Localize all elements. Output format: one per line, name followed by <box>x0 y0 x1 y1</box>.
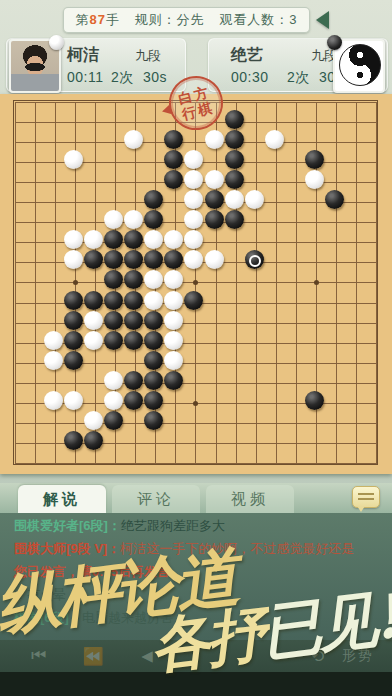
stone-black <box>225 150 244 169</box>
stone-black <box>124 331 143 350</box>
stone-white <box>305 170 324 189</box>
stone-black <box>84 431 103 450</box>
stone-white <box>64 150 83 169</box>
stone-black <box>64 351 83 370</box>
stone-black <box>124 311 143 330</box>
chat-line: 围棋爱好者[6段]：绝艺跟狗差距多大 <box>0 513 392 536</box>
byoyomi-seconds: 30s <box>143 69 167 85</box>
stone-black <box>205 190 224 209</box>
move-info-pill: 第87手 规则：分先 观看人数：3 <box>63 7 311 33</box>
stone-black <box>325 190 344 209</box>
stone-white <box>164 331 183 350</box>
stone-white <box>84 311 103 330</box>
viewers-label: 观看人数：3 <box>219 12 297 27</box>
stone-white <box>225 190 244 209</box>
situation-analysis-button[interactable]: 形势 <box>342 647 374 665</box>
stone-white <box>44 391 63 410</box>
stone-black <box>184 291 203 310</box>
stone-white <box>44 351 63 370</box>
yinyang-icon <box>339 44 381 86</box>
player-clock: 00:11 <box>67 69 104 85</box>
tab-video[interactable]: 视频 <box>206 485 294 513</box>
replay-icon[interactable]: ⟲ <box>302 646 332 667</box>
tab-commentary[interactable]: 解说 <box>18 485 106 513</box>
stone-black-last-move <box>245 250 264 269</box>
stone-white <box>265 130 284 149</box>
fast-rewind-button[interactable]: ⏪ <box>78 646 108 667</box>
stone-black <box>144 391 163 410</box>
stone-black <box>64 431 83 450</box>
stone-white <box>164 291 183 310</box>
player-name: 绝艺 <box>231 45 263 66</box>
stone-white <box>164 351 183 370</box>
white-stone-badge <box>49 35 64 50</box>
stone-white <box>104 391 123 410</box>
stone-black <box>225 130 244 149</box>
stone-black <box>64 291 83 310</box>
stone-white <box>64 391 83 410</box>
step-back-button[interactable]: ◀ <box>132 647 162 665</box>
commentary-panel[interactable]: 围棋爱好者[6段]：绝艺跟狗差距多大 围棋大师[9段 V]：柯洁这一手下的妙啊，… <box>0 513 392 640</box>
stone-black <box>225 110 244 129</box>
player-panel-white-kejie: 柯洁 九段 00:11 2次 30s <box>6 38 186 92</box>
chat-user: 围棋爱好者[6段]： <box>14 518 121 533</box>
stone-black <box>144 331 163 350</box>
go-to-start-button[interactable]: ⏮ <box>24 646 54 666</box>
stone-black <box>305 391 324 410</box>
chat-line: 棋友[6段]：电脑越来越厉害 <box>0 605 392 628</box>
stone-black <box>124 391 143 410</box>
players-bar: 柯洁 九段 00:11 2次 30s 白方 行棋 绝艺 九段 00:30 2次 … <box>0 36 392 92</box>
stone-white <box>205 170 224 189</box>
byoyomi-periods: 2次 <box>111 69 134 87</box>
stone-white <box>205 250 224 269</box>
stone-black <box>124 371 143 390</box>
bottom-strip <box>0 672 392 696</box>
stone-black <box>225 170 244 189</box>
collapse-arrow-icon[interactable] <box>316 11 329 29</box>
stone-black <box>104 331 123 350</box>
stone-black <box>225 210 244 229</box>
stone-white <box>144 291 163 310</box>
stone-black <box>104 311 123 330</box>
stone-black <box>144 351 163 370</box>
rules-label: 规则：分先 <box>135 12 205 27</box>
stone-black <box>124 291 143 310</box>
byoyomi-periods: 2次 <box>287 69 310 87</box>
chat-line: 围棋大师[9段 V]：柯洁这一手下的妙啊，不过感觉最好还是 <box>0 536 392 559</box>
move-suffix: 手 <box>106 12 120 27</box>
stone-black <box>104 411 123 430</box>
chat-line: ：有点晕 <box>0 582 392 605</box>
chat-system-line: 您已发言，请0:15后再发言。 <box>0 559 392 582</box>
player-rank: 九段 <box>135 47 161 65</box>
chat-bubble-icon[interactable] <box>352 486 380 508</box>
player-name: 柯洁 <box>67 45 99 66</box>
chat-text: 柯洁这一手下的妙啊，不过感觉最好还是 <box>120 541 354 556</box>
stone-black <box>305 150 324 169</box>
status-bar: 第87手 规则：分先 观看人数：3 <box>0 7 392 33</box>
stone-white <box>104 371 123 390</box>
stone-white <box>84 331 103 350</box>
tab-comments[interactable]: 评论 <box>112 485 200 513</box>
stone-black <box>64 331 83 350</box>
chat-text: 电脑越来越厉害 <box>82 610 173 625</box>
media-control-bar: ⏮ ⏪ ◀ ⟲ 形势 <box>0 640 392 672</box>
move-number: 87 <box>90 12 106 27</box>
stone-black <box>104 291 123 310</box>
stone-black <box>84 291 103 310</box>
stone-black <box>144 311 163 330</box>
stone-black <box>164 371 183 390</box>
go-board[interactable] <box>0 94 392 474</box>
player-panel-black-jueyi: 绝艺 九段 00:30 2次 30s <box>208 38 388 92</box>
chat-text: 绝艺跟狗差距多大 <box>121 518 225 533</box>
chat-user: 围棋大师[9段 V]： <box>14 541 120 556</box>
avatar-jueyi-yinyang[interactable] <box>333 39 385 93</box>
stone-white <box>44 331 63 350</box>
chat-user: 棋友[6段]： <box>14 610 82 625</box>
stone-white <box>245 190 264 209</box>
stone-black <box>205 210 224 229</box>
move-prefix: 第 <box>76 12 90 27</box>
tab-bar: 解说 评论 视频 <box>0 483 392 513</box>
player-clock: 00:30 <box>231 69 269 85</box>
stone-white <box>205 130 224 149</box>
stone-black <box>64 311 83 330</box>
stone-white <box>84 411 103 430</box>
seal-tail <box>161 104 172 116</box>
stone-black <box>144 371 163 390</box>
black-stone-badge <box>327 35 342 50</box>
stone-white <box>164 311 183 330</box>
